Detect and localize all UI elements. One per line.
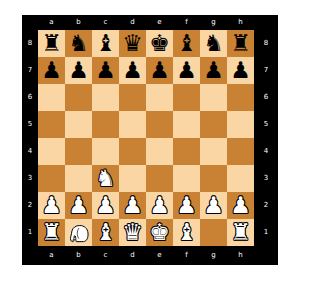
square-f8[interactable]: ♝: [173, 30, 200, 57]
square-f3[interactable]: [173, 165, 200, 192]
chess-board-frame: abcdefgh8♜♞♝♛♚♝♞♜87♟♟♟♟♟♟♟♟76655443♞32♟♟…: [22, 15, 278, 265]
rank-label-left-3: 3: [22, 165, 38, 192]
black-pawn: ♟: [41, 57, 62, 84]
rank-label-right-5: 5: [254, 111, 278, 138]
square-a8[interactable]: ♜: [38, 30, 65, 57]
white-pawn: ♟: [41, 192, 62, 219]
white-bishop: ♝: [95, 219, 116, 246]
square-f5[interactable]: [173, 111, 200, 138]
black-knight: ♞: [68, 30, 89, 57]
file-label-bottom-h: h: [227, 246, 254, 265]
file-label-bottom-f: f: [173, 246, 200, 265]
rank-label-right-7: 7: [254, 57, 278, 84]
square-d6[interactable]: [119, 84, 146, 111]
file-label-top-g: g: [200, 15, 227, 30]
square-c2[interactable]: ♟: [92, 192, 119, 219]
square-h5[interactable]: [227, 111, 254, 138]
black-bishop: ♝: [176, 30, 197, 57]
square-g7[interactable]: ♟: [200, 57, 227, 84]
white-rook: ♜: [41, 219, 62, 246]
rank-label-left-2: 2: [22, 192, 38, 219]
square-e3[interactable]: [146, 165, 173, 192]
file-label-top-f: f: [173, 15, 200, 30]
square-e4[interactable]: [146, 138, 173, 165]
file-label-bottom-c: c: [92, 246, 119, 265]
white-rook: ♜: [230, 219, 251, 246]
white-pawn: ♟: [230, 192, 251, 219]
white-pawn: ♟: [203, 192, 224, 219]
square-c3[interactable]: ♞: [92, 165, 119, 192]
square-d2[interactable]: ♟: [119, 192, 146, 219]
square-a2[interactable]: ♟: [38, 192, 65, 219]
rank-label-left-5: 5: [22, 111, 38, 138]
square-b5[interactable]: [65, 111, 92, 138]
square-h7[interactable]: ♟: [227, 57, 254, 84]
black-pawn: ♟: [95, 57, 116, 84]
square-d1[interactable]: ♛: [119, 219, 146, 246]
rank-label-right-4: 4: [254, 138, 278, 165]
square-d5[interactable]: [119, 111, 146, 138]
square-a1[interactable]: ♜: [38, 219, 65, 246]
square-b8[interactable]: ♞: [65, 30, 92, 57]
black-rook: ♜: [230, 30, 251, 57]
black-knight: ♞: [203, 30, 224, 57]
rank-label-right-6: 6: [254, 84, 278, 111]
square-g8[interactable]: ♞: [200, 30, 227, 57]
square-g5[interactable]: [200, 111, 227, 138]
rank-label-left-4: 4: [22, 138, 38, 165]
black-pawn: ♟: [203, 57, 224, 84]
black-pawn: ♟: [122, 57, 143, 84]
square-h6[interactable]: [227, 84, 254, 111]
square-c8[interactable]: ♝: [92, 30, 119, 57]
square-e8[interactable]: ♚: [146, 30, 173, 57]
square-f6[interactable]: [173, 84, 200, 111]
square-d8[interactable]: ♛: [119, 30, 146, 57]
square-b4[interactable]: [65, 138, 92, 165]
black-pawn: ♟: [149, 57, 170, 84]
square-b3[interactable]: [65, 165, 92, 192]
square-d4[interactable]: [119, 138, 146, 165]
frame-corner: [254, 246, 278, 265]
rank-label-right-3: 3: [254, 165, 278, 192]
file-label-top-e: e: [146, 15, 173, 30]
square-c7[interactable]: ♟: [92, 57, 119, 84]
square-h8[interactable]: ♜: [227, 30, 254, 57]
square-c4[interactable]: [92, 138, 119, 165]
white-pawn: ♟: [68, 192, 89, 219]
file-label-bottom-d: d: [119, 246, 146, 265]
square-h3[interactable]: [227, 165, 254, 192]
square-f1[interactable]: ♝: [173, 219, 200, 246]
file-label-top-c: c: [92, 15, 119, 30]
file-label-top-b: b: [65, 15, 92, 30]
square-f2[interactable]: ♟: [173, 192, 200, 219]
frame-corner: [254, 15, 278, 30]
black-rook: ♜: [41, 30, 62, 57]
file-label-bottom-e: e: [146, 246, 173, 265]
rank-label-left-7: 7: [22, 57, 38, 84]
square-g1[interactable]: [200, 219, 227, 246]
file-label-top-d: d: [119, 15, 146, 30]
square-h1[interactable]: ♜: [227, 219, 254, 246]
rank-label-left-6: 6: [22, 84, 38, 111]
square-h2[interactable]: ♟: [227, 192, 254, 219]
file-label-bottom-b: b: [65, 246, 92, 265]
frame-corner: [22, 246, 38, 265]
rank-label-right-1: 1: [254, 219, 278, 246]
square-c5[interactable]: [92, 111, 119, 138]
square-b7[interactable]: ♟: [65, 57, 92, 84]
square-c1[interactable]: ♝: [92, 219, 119, 246]
white-elephant: [67, 221, 91, 245]
frame-corner: [22, 15, 38, 30]
square-g4[interactable]: [200, 138, 227, 165]
square-e1[interactable]: ♚: [146, 219, 173, 246]
white-knight: ♞: [95, 165, 116, 192]
rank-label-left-1: 1: [22, 219, 38, 246]
square-b6[interactable]: [65, 84, 92, 111]
rank-label-right-2: 2: [254, 192, 278, 219]
square-a7[interactable]: ♟: [38, 57, 65, 84]
black-king: ♚: [149, 30, 170, 57]
square-f4[interactable]: [173, 138, 200, 165]
square-e6[interactable]: [146, 84, 173, 111]
white-bishop: ♝: [176, 219, 197, 246]
square-c6[interactable]: [92, 84, 119, 111]
square-g6[interactable]: [200, 84, 227, 111]
black-bishop: ♝: [95, 30, 116, 57]
file-label-bottom-a: a: [38, 246, 65, 265]
square-b1[interactable]: [65, 219, 92, 246]
black-pawn: ♟: [176, 57, 197, 84]
white-pawn: ♟: [95, 192, 116, 219]
rank-label-right-8: 8: [254, 30, 278, 57]
white-pawn: ♟: [149, 192, 170, 219]
black-queen: ♛: [122, 30, 143, 57]
square-e7[interactable]: ♟: [146, 57, 173, 84]
square-a3[interactable]: [38, 165, 65, 192]
white-pawn: ♟: [122, 192, 143, 219]
file-label-top-a: a: [38, 15, 65, 30]
white-queen: ♛: [122, 219, 143, 246]
square-e2[interactable]: ♟: [146, 192, 173, 219]
black-pawn: ♟: [230, 57, 251, 84]
square-a5[interactable]: [38, 111, 65, 138]
square-d3[interactable]: [119, 165, 146, 192]
square-f7[interactable]: ♟: [173, 57, 200, 84]
square-b2[interactable]: ♟: [65, 192, 92, 219]
square-e5[interactable]: [146, 111, 173, 138]
rank-label-left-8: 8: [22, 30, 38, 57]
white-king: ♚: [149, 219, 170, 246]
square-g3[interactable]: [200, 165, 227, 192]
square-d7[interactable]: ♟: [119, 57, 146, 84]
square-g2[interactable]: ♟: [200, 192, 227, 219]
square-a6[interactable]: [38, 84, 65, 111]
file-label-top-h: h: [227, 15, 254, 30]
white-pawn: ♟: [176, 192, 197, 219]
square-a4[interactable]: [38, 138, 65, 165]
file-label-bottom-g: g: [200, 246, 227, 265]
black-pawn: ♟: [68, 57, 89, 84]
square-h4[interactable]: [227, 138, 254, 165]
